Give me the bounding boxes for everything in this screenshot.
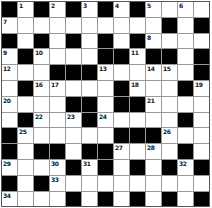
cell-r2c10[interactable]	[146, 18, 161, 33]
cell-r12c8[interactable]	[114, 176, 129, 191]
black-cell-r2c11	[162, 18, 177, 33]
cell-r5c3[interactable]	[34, 65, 49, 80]
black-cell-r9c8	[114, 128, 129, 143]
cell-r13c1[interactable]: 34	[2, 192, 17, 207]
clue-number-28: 28	[147, 144, 154, 151]
black-cell-r6c8	[114, 81, 129, 96]
cell-r12c7[interactable]	[98, 176, 113, 191]
cell-r6c3[interactable]: 16	[34, 81, 49, 96]
black-cell-r11c5	[66, 160, 81, 175]
crossword-page: 1234567891011121314151617181920212223242…	[0, 0, 212, 208]
cell-r4c3[interactable]: 10	[34, 49, 49, 64]
cell-r6c4[interactable]: 17	[50, 81, 65, 96]
cell-r8c3[interactable]: 22	[34, 113, 49, 128]
cell-r5c11[interactable]: 15	[162, 65, 177, 80]
black-cell-r11c9	[130, 160, 145, 175]
cell-r11c1[interactable]: 29	[2, 160, 17, 175]
cell-r7c4[interactable]	[50, 97, 65, 112]
cell-r12c6[interactable]	[82, 176, 97, 191]
black-cell-r4c11	[162, 49, 177, 64]
black-cell-r12c1	[2, 176, 17, 191]
clue-number-18: 18	[131, 81, 138, 88]
cell-r4c1[interactable]: 9	[2, 49, 17, 64]
clue-number-31: 31	[83, 160, 90, 167]
cell-r6c5[interactable]	[66, 81, 81, 96]
clue-number-20: 20	[3, 97, 10, 104]
cell-r2c1[interactable]: 7	[2, 18, 17, 33]
cell-r12c4[interactable]: 33	[50, 176, 65, 191]
cell-r4c5[interactable]	[66, 49, 81, 64]
cell-r5c1[interactable]: 12	[2, 65, 17, 80]
cell-r6c10[interactable]	[146, 81, 161, 96]
black-cell-r7c5	[66, 97, 81, 112]
clue-number-13: 13	[99, 65, 106, 72]
cell-r11c3[interactable]	[34, 160, 49, 175]
cell-r8c5[interactable]: 23	[66, 113, 81, 128]
black-cell-r13c13	[194, 192, 209, 207]
cell-r9c4[interactable]	[50, 128, 65, 143]
clue-number-5: 5	[147, 2, 151, 9]
cell-r10c5[interactable]	[66, 144, 81, 159]
black-cell-r4c8	[114, 49, 129, 64]
black-cell-r6c2	[18, 81, 33, 96]
clue-number-12: 12	[3, 65, 10, 72]
clue-number-7: 7	[3, 18, 7, 25]
clue-number-32: 32	[179, 160, 186, 167]
cell-r11c8[interactable]	[114, 160, 129, 175]
clue-number-25: 25	[19, 128, 26, 135]
cell-r6c13[interactable]: 19	[194, 81, 209, 96]
cell-r6c11[interactable]	[162, 81, 177, 96]
cell-r8c9[interactable]	[130, 113, 145, 128]
cell-r12c5[interactable]	[66, 176, 81, 191]
cell-r5c9[interactable]	[130, 65, 145, 80]
cell-r13c6[interactable]	[82, 192, 97, 207]
clue-number-15: 15	[163, 65, 170, 72]
cell-r10c10[interactable]: 28	[146, 144, 161, 159]
cell-r1c8[interactable]: 4	[114, 2, 129, 17]
cell-r2c2[interactable]	[18, 18, 33, 33]
black-cell-r7c6	[82, 97, 97, 112]
black-cell-r5c4	[50, 65, 65, 80]
black-cell-r3c5	[66, 34, 81, 49]
cell-r9c11[interactable]: 26	[162, 128, 177, 143]
cell-r12c13[interactable]	[194, 176, 209, 191]
cell-r5c12[interactable]	[178, 65, 193, 80]
cell-r9c6[interactable]	[82, 128, 97, 143]
cell-r8c11[interactable]	[162, 113, 177, 128]
clue-number-24: 24	[99, 113, 106, 120]
black-cell-r13c11	[162, 192, 177, 207]
black-cell-r10c12	[178, 144, 193, 159]
cell-r7c2[interactable]	[18, 97, 33, 112]
cell-r2c12[interactable]	[178, 18, 193, 33]
black-cell-r7c8	[114, 97, 129, 112]
clue-number-23: 23	[67, 113, 74, 120]
cell-r7c3[interactable]	[34, 97, 49, 112]
cell-r2c7[interactable]	[98, 18, 113, 33]
cell-r2c6[interactable]	[82, 18, 97, 33]
clue-number-33: 33	[51, 176, 58, 183]
black-cell-r10c4	[50, 144, 65, 159]
cell-r7c11[interactable]	[162, 97, 177, 112]
clue-number-8: 8	[147, 34, 151, 41]
clue-number-1: 1	[19, 2, 23, 9]
black-cell-r5c5	[66, 65, 81, 80]
black-cell-r13c9	[130, 192, 145, 207]
cell-r13c12[interactable]	[178, 192, 193, 207]
cell-r1c10[interactable]: 5	[146, 2, 161, 17]
black-cell-r7c9	[130, 97, 145, 112]
cell-r3c10[interactable]: 8	[146, 34, 161, 49]
black-cell-r10c3	[34, 144, 49, 159]
cell-r10c13[interactable]	[194, 144, 209, 159]
cell-r11c4[interactable]: 30	[50, 160, 65, 175]
cell-r9c13[interactable]	[194, 128, 209, 143]
cell-r10c9[interactable]	[130, 144, 145, 159]
cell-r13c8[interactable]	[114, 192, 129, 207]
black-cell-r12c3	[34, 176, 49, 191]
black-cell-r6c12	[178, 81, 193, 96]
black-cell-r8c6	[82, 113, 97, 128]
black-cell-r4c7	[98, 49, 113, 64]
cell-r2c3[interactable]	[34, 18, 49, 33]
black-cell-r11c11	[162, 160, 177, 175]
cell-r9c3[interactable]	[34, 128, 49, 143]
cell-r8c4[interactable]	[50, 113, 65, 128]
cell-r1c11[interactable]	[162, 2, 177, 17]
black-cell-r9c1	[2, 128, 17, 143]
black-cell-r10c1	[2, 144, 17, 159]
cell-r2c9[interactable]	[130, 18, 145, 33]
cell-r6c9[interactable]: 18	[130, 81, 145, 96]
cell-r8c8[interactable]	[114, 113, 129, 128]
black-cell-r4c2	[18, 49, 33, 64]
cell-r1c13[interactable]	[194, 2, 209, 17]
cell-r11c2[interactable]	[18, 160, 33, 175]
clue-number-14: 14	[147, 65, 154, 72]
cell-r6c6[interactable]	[82, 81, 97, 96]
cell-r13c2[interactable]	[18, 192, 33, 207]
clue-number-11: 11	[131, 49, 138, 56]
black-cell-r5c6	[82, 65, 97, 80]
black-cell-r10c7	[98, 144, 113, 159]
black-cell-r2c13	[194, 18, 209, 33]
cell-r13c3[interactable]	[34, 192, 49, 207]
cell-r1c12[interactable]: 6	[178, 2, 193, 17]
clue-number-29: 29	[3, 160, 10, 167]
cell-r12c11[interactable]	[162, 176, 177, 191]
cell-r6c7[interactable]	[98, 81, 113, 96]
cell-r10c11[interactable]	[162, 144, 177, 159]
cell-r2c8[interactable]	[114, 18, 129, 33]
cell-r3c13[interactable]	[194, 34, 209, 49]
cell-r9c5[interactable]	[66, 128, 81, 143]
cell-r3c4[interactable]	[50, 34, 65, 49]
black-cell-r3c9	[130, 34, 145, 49]
clue-number-34: 34	[3, 192, 10, 199]
cell-r5c8[interactable]	[114, 65, 129, 80]
cell-r1c4[interactable]: 2	[50, 2, 65, 17]
cell-r11c10[interactable]	[146, 160, 161, 175]
cell-r1c2[interactable]: 1	[18, 2, 33, 17]
black-cell-r4c10	[146, 49, 161, 64]
cell-r4c9[interactable]: 11	[130, 49, 145, 64]
cell-r3c12[interactable]	[178, 34, 193, 49]
cell-r9c7[interactable]	[98, 128, 113, 143]
clue-number-6: 6	[179, 2, 183, 9]
black-cell-r1c1	[2, 2, 17, 17]
clue-number-26: 26	[163, 128, 170, 135]
cell-r8c10[interactable]	[146, 113, 161, 128]
black-cell-r4c13	[194, 49, 209, 64]
cell-r4c12[interactable]	[178, 49, 193, 64]
cell-r7c7[interactable]	[98, 97, 113, 112]
cell-r9c2[interactable]: 25	[18, 128, 33, 143]
cell-r7c12[interactable]	[178, 97, 193, 112]
cell-r12c10[interactable]	[146, 176, 161, 191]
cell-r8c7[interactable]: 24	[98, 113, 113, 128]
cell-r2c5[interactable]	[66, 18, 81, 33]
cell-r11c12[interactable]: 32	[178, 160, 193, 175]
cell-r12c12[interactable]	[178, 176, 193, 191]
cell-r10c8[interactable]: 27	[114, 144, 129, 159]
black-cell-r1c5	[66, 2, 81, 17]
clue-number-22: 22	[35, 113, 42, 120]
black-cell-r13c5	[66, 192, 81, 207]
black-cell-r1c9	[130, 2, 145, 17]
clue-number-3: 3	[83, 2, 87, 9]
black-cell-r9c9	[130, 128, 145, 143]
cell-r3c6[interactable]	[82, 34, 97, 49]
cell-r3c2[interactable]	[18, 34, 33, 49]
black-cell-r3c1	[2, 34, 17, 49]
cell-r4c4[interactable]	[50, 49, 65, 64]
cell-r13c4[interactable]	[50, 192, 65, 207]
black-cell-r3c7	[98, 34, 113, 49]
black-cell-r1c3	[34, 2, 49, 17]
black-cell-r8c2	[18, 113, 33, 128]
cell-r2c4[interactable]	[50, 18, 65, 33]
black-cell-r10c6	[82, 144, 97, 159]
clue-number-9: 9	[3, 49, 7, 56]
cell-r5c7[interactable]: 13	[98, 65, 113, 80]
clue-number-19: 19	[195, 81, 202, 88]
cell-r4c6[interactable]	[82, 49, 97, 64]
cell-r8c1[interactable]	[2, 113, 17, 128]
crossword-board: 1234567891011121314151617181920212223242…	[1, 1, 210, 207]
cell-r11c6[interactable]: 31	[82, 160, 97, 175]
cell-r13c10[interactable]	[146, 192, 161, 207]
cell-r5c2[interactable]	[18, 65, 33, 80]
black-cell-r13c7	[98, 192, 113, 207]
cell-r1c6[interactable]: 3	[82, 2, 97, 17]
clue-number-2: 2	[51, 2, 55, 9]
cell-r7c13[interactable]	[194, 97, 209, 112]
cell-r8c13[interactable]	[194, 113, 209, 128]
black-cell-r11c13	[194, 160, 209, 175]
clue-number-10: 10	[35, 49, 42, 56]
clue-number-17: 17	[51, 81, 58, 88]
cell-r3c8[interactable]	[114, 34, 129, 49]
black-cell-r5c13	[194, 65, 209, 80]
clue-number-27: 27	[115, 144, 122, 151]
black-cell-r1c7	[98, 2, 113, 17]
cell-r12c2[interactable]	[18, 176, 33, 191]
black-cell-r11c7	[98, 160, 113, 175]
black-cell-r9c10	[146, 128, 161, 143]
black-cell-r8c12	[178, 113, 193, 128]
cell-r7c10[interactable]: 21	[146, 97, 161, 112]
clue-number-4: 4	[115, 2, 119, 9]
clue-number-30: 30	[51, 160, 58, 167]
cell-r5c10[interactable]: 14	[146, 65, 161, 80]
black-cell-r3c3	[34, 34, 49, 49]
clue-number-21: 21	[147, 97, 154, 104]
cell-r7c1[interactable]: 20	[2, 97, 17, 112]
cell-r10c2[interactable]	[18, 144, 33, 159]
cell-r12c9[interactable]	[130, 176, 145, 191]
cell-r3c11[interactable]	[162, 34, 177, 49]
cell-r6c1[interactable]	[2, 81, 17, 96]
cell-r9c12[interactable]	[178, 128, 193, 143]
clue-number-16: 16	[35, 81, 42, 88]
